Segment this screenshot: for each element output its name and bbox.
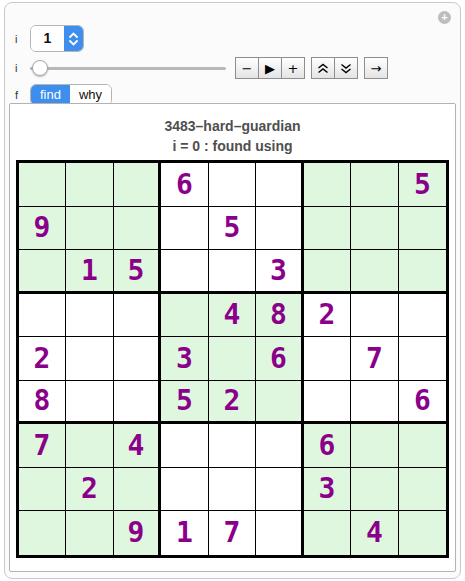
sudoku-cell-r2c9: [399, 207, 447, 251]
sudoku-cell-r1c5: [209, 163, 257, 207]
sudoku-cell-r5c1: 2: [19, 337, 67, 381]
play-button[interactable]: ▶: [258, 57, 282, 79]
sudoku-cell-r5c6: 6: [256, 337, 304, 381]
chevrons-down-icon: [340, 63, 352, 74]
slider-thumb[interactable]: [32, 60, 48, 76]
sudoku-cell-r9c7: [304, 511, 352, 555]
sudoku-cell-r4c7: 2: [304, 294, 352, 338]
sudoku-cell-r7c2: [66, 424, 114, 468]
setter-label: f: [15, 89, 25, 101]
increment-button[interactable]: +: [281, 57, 305, 79]
sudoku-cell-r1c9: 5: [399, 163, 447, 207]
sudoku-cell-r1c4: 6: [161, 163, 209, 207]
slider-label: i: [15, 62, 25, 74]
slider-track[interactable]: [30, 67, 226, 70]
sudoku-cell-r9c1: [19, 511, 67, 555]
sudoku-cell-r1c8: [351, 163, 399, 207]
puzzle-title: 3483–hard–guardian: [10, 118, 455, 134]
stepper-value[interactable]: 1: [31, 26, 64, 51]
sudoku-cell-r2c4: [161, 207, 209, 251]
sudoku-cell-r8c4: [161, 468, 209, 512]
sudoku-cell-r7c8: [351, 424, 399, 468]
sudoku-cell-r9c9: [399, 511, 447, 555]
sudoku-cell-r8c7: 3: [304, 468, 352, 512]
sudoku-cell-r8c6: [256, 468, 304, 512]
stepper-arrows[interactable]: [64, 26, 83, 51]
sudoku-cell-r3c4: [161, 250, 209, 294]
sudoku-cell-r8c1: [19, 468, 67, 512]
direction-button[interactable]: →: [364, 57, 388, 79]
sudoku-cell-r5c9: [399, 337, 447, 381]
sudoku-cell-r4c9: [399, 294, 447, 338]
sudoku-cell-r6c9: 6: [399, 381, 447, 425]
sudoku-cell-r1c6: [256, 163, 304, 207]
sudoku-cell-r5c8: 7: [351, 337, 399, 381]
setter-option-why[interactable]: why: [70, 85, 111, 105]
sudoku-cell-r6c6: [256, 381, 304, 425]
chevrons-up-icon: [317, 63, 329, 74]
sudoku-cell-r2c1: 9: [19, 207, 67, 251]
sudoku-cell-r5c3: [114, 337, 162, 381]
sudoku-cell-r3c2: 1: [66, 250, 114, 294]
sudoku-cell-r1c3: [114, 163, 162, 207]
sudoku-cell-r9c6: [256, 511, 304, 555]
sudoku-cell-r2c7: [304, 207, 352, 251]
sudoku-cell-r2c3: [114, 207, 162, 251]
decrement-button[interactable]: −: [235, 57, 259, 79]
sudoku-cell-r6c1: 8: [19, 381, 67, 425]
chevron-up-icon[interactable]: [69, 32, 78, 38]
sudoku-cell-r6c4: 5: [161, 381, 209, 425]
sudoku-cell-r8c2: 2: [66, 468, 114, 512]
sudoku-cell-r7c3: 4: [114, 424, 162, 468]
sudoku-cell-r9c5: 7: [209, 511, 257, 555]
sudoku-board: 659515348223678526746239174: [16, 160, 450, 558]
sudoku-cell-r7c4: [161, 424, 209, 468]
slower-button[interactable]: [334, 57, 358, 79]
sudoku-cell-r4c3: [114, 294, 162, 338]
sudoku-cell-r7c6: [256, 424, 304, 468]
sudoku-cell-r3c9: [399, 250, 447, 294]
sudoku-cell-r6c3: [114, 381, 162, 425]
sudoku-cell-r4c4: [161, 294, 209, 338]
sudoku-cell-r1c2: [66, 163, 114, 207]
sudoku-cell-r5c7: [304, 337, 352, 381]
sudoku-cell-r3c5: [209, 250, 257, 294]
sudoku-cell-r7c1: 7: [19, 424, 67, 468]
sudoku-cell-r9c8: 4: [351, 511, 399, 555]
sudoku-cell-r8c9: [399, 468, 447, 512]
status-line: i = 0 : found using: [10, 138, 455, 154]
sudoku-cell-r4c5: 4: [209, 294, 257, 338]
sudoku-cell-r2c2: [66, 207, 114, 251]
sudoku-cell-r3c1: [19, 250, 67, 294]
sudoku-cell-r1c7: [304, 163, 352, 207]
slider[interactable]: [30, 59, 226, 77]
chevron-down-icon[interactable]: [69, 40, 78, 46]
sudoku-cell-r3c7: [304, 250, 352, 294]
sudoku-cell-r4c1: [19, 294, 67, 338]
sudoku-cell-r6c5: 2: [209, 381, 257, 425]
animator-buttons: − ▶ + →: [235, 57, 388, 79]
slider-row: i − ▶ + →: [15, 57, 388, 79]
setter-option-find[interactable]: find: [31, 85, 70, 105]
sudoku-cell-r9c3: 9: [114, 511, 162, 555]
faster-button[interactable]: [311, 57, 335, 79]
stepper-label: i: [15, 33, 25, 45]
sudoku-cell-r5c4: 3: [161, 337, 209, 381]
manipulate-frame: + i 1 i − ▶ +: [4, 2, 461, 579]
sudoku-cell-r3c3: 5: [114, 250, 162, 294]
stepper-row: i 1: [15, 25, 84, 52]
sudoku-cell-r8c8: [351, 468, 399, 512]
sudoku-cell-r5c5: [209, 337, 257, 381]
sudoku-cell-r8c5: [209, 468, 257, 512]
sudoku-cell-r7c7: 6: [304, 424, 352, 468]
sudoku-cell-r2c5: 5: [209, 207, 257, 251]
sudoku-cell-r3c6: 3: [256, 250, 304, 294]
sudoku-cell-r5c2: [66, 337, 114, 381]
sudoku-cell-r4c2: [66, 294, 114, 338]
sudoku-cell-r3c8: [351, 250, 399, 294]
sudoku-cell-r6c7: [304, 381, 352, 425]
sudoku-cell-r6c8: [351, 381, 399, 425]
sudoku-cell-r7c5: [209, 424, 257, 468]
expand-icon[interactable]: +: [438, 11, 451, 24]
sudoku-cell-r2c8: [351, 207, 399, 251]
sudoku-cell-r6c2: [66, 381, 114, 425]
sudoku-cell-r2c6: [256, 207, 304, 251]
sudoku-cell-r7c9: [399, 424, 447, 468]
sudoku-cell-r9c2: [66, 511, 114, 555]
sudoku-cell-r4c6: 8: [256, 294, 304, 338]
value-stepper[interactable]: 1: [30, 25, 84, 52]
sudoku-cell-r9c4: 1: [161, 511, 209, 555]
content-panel: 3483–hard–guardian i = 0 : found using 6…: [9, 103, 456, 572]
sudoku-cell-r1c1: [19, 163, 67, 207]
sudoku-cell-r4c8: [351, 294, 399, 338]
sudoku-cell-r8c3: [114, 468, 162, 512]
